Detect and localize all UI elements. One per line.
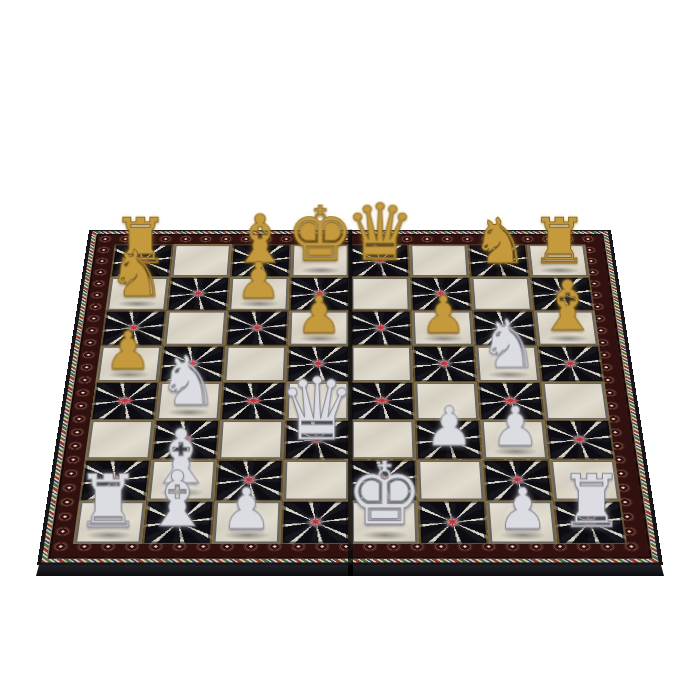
square-a3: [85, 420, 155, 460]
square-c1: ♟: [211, 501, 282, 544]
piece-gold-bishop-h6: ♝: [537, 271, 599, 340]
square-f1: ✴: [418, 501, 489, 544]
piece-silver-pawn-f3: ♟: [425, 399, 474, 454]
piece-silver-rook-h1: ♜: [559, 465, 624, 538]
mosaic-star-icon: ✴: [247, 321, 267, 334]
piece-silver-rook-a1: ♜: [76, 465, 141, 538]
square-h5: ✴: [537, 346, 604, 382]
square-c3: [217, 420, 285, 460]
square-c7: ♟: [228, 277, 290, 311]
square-e6: ✴: [350, 311, 412, 346]
piece-gold-pawn-c7: ♟: [236, 255, 281, 306]
square-e7: [350, 277, 411, 311]
product-photo-scene: ✴♜✴♝♚✴♛✴♞♜♞✴♟✴✴✴✴✴♟✴♟✴♝♟✴✴✴♞✴✴♞✴✴✴✴✴♛✴♟♟…: [0, 0, 700, 700]
board-squares: ✴♜✴♝♚✴♛✴♞♜♞✴♟✴✴✴✴✴♟✴♟✴♝♟✴✴✴♞✴✴♞✴✴✴✴✴♛✴♟♟…: [73, 244, 627, 544]
square-h1: ✴♜: [553, 501, 627, 544]
piece-silver-queen-d3: ♛: [278, 367, 356, 454]
mosaic-star-icon: ✴: [371, 321, 390, 334]
square-e1: ♚: [350, 501, 419, 544]
piece-silver-pawn-c1: ♟: [221, 481, 272, 538]
square-a5: ♟: [95, 346, 162, 382]
square-f6: ♟: [411, 311, 475, 346]
square-h4: [541, 382, 610, 420]
square-b1: ✴♝: [142, 501, 214, 544]
square-e5: [350, 346, 414, 382]
chessboard: ✴♜✴♝♚✴♛✴♞♜♞✴♟✴✴✴✴✴♟✴♟✴♝♟✴✴✴♞✴✴♞✴✴✴✴✴♛✴♟♟…: [37, 230, 663, 565]
piece-silver-pawn-g3: ♟: [491, 399, 540, 454]
mosaic-star-icon: ✴: [372, 394, 392, 408]
piece-gold-knight-g8: ♞: [471, 209, 528, 272]
square-f2: [416, 460, 485, 501]
piece-gold-pawn-a5: ♟: [104, 324, 151, 377]
square-f3: ✴♟: [415, 420, 483, 460]
square-c6: ✴: [225, 311, 289, 346]
square-a1: ♜: [73, 501, 147, 544]
piece-silver-knight-g5: ♞: [479, 310, 539, 377]
square-d1: ✴: [281, 501, 350, 544]
square-b7: ✴: [167, 277, 230, 311]
mosaic-star-icon: ✴: [442, 514, 464, 530]
mosaic-star-icon: ✴: [189, 287, 209, 300]
piece-gold-pawn-d6: ♟: [296, 289, 342, 341]
square-c4: ✴: [220, 382, 286, 420]
piece-gold-rook-h8: ♜: [531, 209, 588, 272]
piece-silver-bishop-b1: ♝: [143, 461, 212, 538]
square-d8: ♚: [290, 244, 350, 276]
piece-silver-pawn-g1: ♟: [497, 481, 548, 538]
square-g8: ✴♞: [468, 244, 530, 276]
mosaic-star-icon: ✴: [569, 432, 591, 447]
square-g1: ♟: [486, 501, 558, 544]
square-g5: ♞: [475, 346, 541, 382]
square-e4: ✴: [350, 382, 415, 420]
mosaic-star-icon: ✴: [434, 357, 454, 371]
square-f8: [409, 244, 470, 276]
piece-gold-queen-e8: ♛: [345, 194, 415, 273]
square-d3: ✴♛: [284, 420, 350, 460]
mosaic-star-icon: ✴: [305, 514, 327, 530]
square-h3: ✴: [545, 420, 615, 460]
square-h6: ♝: [533, 311, 599, 346]
square-g3: ♟: [480, 420, 549, 460]
piece-gold-knight-a7: ♞: [108, 241, 166, 305]
mosaic-star-icon: ✴: [114, 394, 136, 408]
square-f5: ✴: [412, 346, 477, 382]
square-b8: [170, 244, 232, 276]
piece-silver-king-e1: ♚: [346, 451, 424, 538]
piece-gold-pawn-f6: ♟: [420, 289, 466, 341]
mosaic-star-icon: ✴: [560, 357, 581, 371]
piece-silver-knight-b4: ♞: [157, 346, 218, 414]
square-a7: ♞: [105, 277, 170, 311]
square-e8: ✴♛: [350, 244, 410, 276]
mosaic-star-icon: ✴: [243, 394, 264, 408]
square-d6: ♟: [288, 311, 350, 346]
square-d2: [282, 460, 350, 501]
